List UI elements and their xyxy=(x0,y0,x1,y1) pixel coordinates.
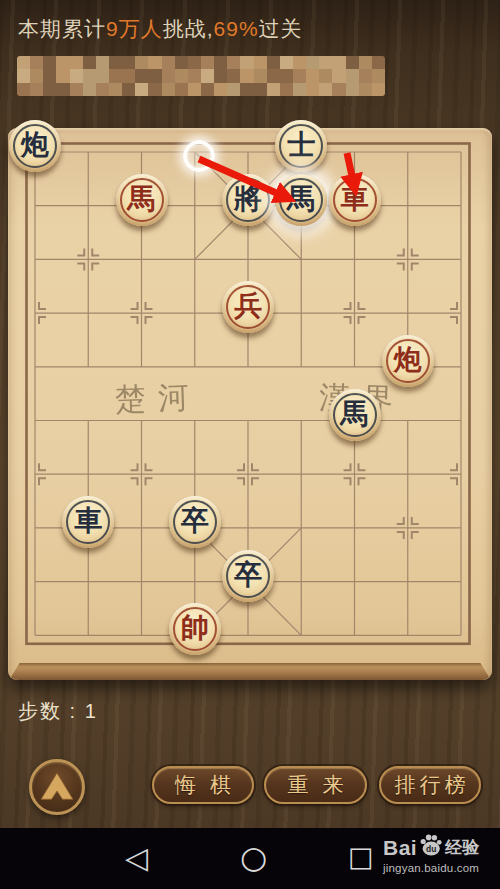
mosaic-block xyxy=(346,83,359,96)
mosaic-block xyxy=(109,56,122,69)
mosaic-block xyxy=(319,56,332,69)
mosaic-block xyxy=(227,69,240,82)
mosaic-block xyxy=(346,69,359,82)
mosaic-block xyxy=(267,69,280,82)
piece-glyph: 炮 xyxy=(394,346,422,374)
mosaic-block xyxy=(83,83,96,96)
mosaic-block xyxy=(332,83,345,96)
mosaic-block xyxy=(96,56,109,69)
mosaic-block xyxy=(56,56,69,69)
piece-glyph: 卒 xyxy=(234,561,262,589)
mosaic-block xyxy=(359,69,372,82)
mosaic-block xyxy=(280,56,293,69)
piece-glyph: 馬 xyxy=(341,400,369,428)
mosaic-block xyxy=(109,69,122,82)
mosaic-block xyxy=(214,69,227,82)
mosaic-block xyxy=(17,83,30,96)
piece-black-馬[interactable]: 馬 xyxy=(275,174,327,226)
piece-black-馬[interactable]: 馬 xyxy=(329,389,381,441)
banner-text: 挑战, xyxy=(163,17,214,40)
watermark-url: jingyan.baidu.com xyxy=(383,863,479,875)
piece-red-帥[interactable]: 帥 xyxy=(169,603,221,655)
piece-red-馬[interactable]: 馬 xyxy=(116,174,168,226)
mosaic-block xyxy=(122,69,135,82)
mosaic-block xyxy=(346,56,359,69)
mosaic-block xyxy=(70,83,83,96)
mosaic-block xyxy=(188,83,201,96)
mosaic-block xyxy=(332,56,345,69)
piece-glyph: 馬 xyxy=(128,185,156,213)
challenge-banner: 本期累计9万人挑战,69%过关 xyxy=(18,15,303,43)
piece-red-炮[interactable]: 炮 xyxy=(382,335,434,387)
mosaic-block xyxy=(319,83,332,96)
mosaic-block xyxy=(148,69,161,82)
step-counter-label: 步数 : xyxy=(18,700,85,722)
mosaic-block xyxy=(201,83,214,96)
mosaic-block xyxy=(254,83,267,96)
piece-glyph: 車 xyxy=(74,507,102,535)
step-counter: 步数 : 1 xyxy=(18,698,98,725)
mosaic-block xyxy=(122,83,135,96)
mosaic-block xyxy=(306,56,319,69)
banner-accent-text: 69% xyxy=(214,17,259,40)
mosaic-block xyxy=(280,69,293,82)
mosaic-block xyxy=(293,56,306,69)
piece-black-卒[interactable]: 卒 xyxy=(169,496,221,548)
piece-black-士[interactable]: 士 xyxy=(275,120,327,172)
mosaic-block xyxy=(240,69,253,82)
mosaic-block xyxy=(56,83,69,96)
mosaic-block xyxy=(254,56,267,69)
android-navbar: ◁ ○ □ Bai du 经验 jingyan.baidu.com xyxy=(0,828,500,889)
restart-button[interactable]: 重来 xyxy=(264,766,367,804)
mosaic-block xyxy=(240,56,253,69)
mosaic-block xyxy=(188,56,201,69)
mosaic-block xyxy=(70,56,83,69)
piece-glyph: 兵 xyxy=(234,292,262,320)
mosaic-block xyxy=(201,69,214,82)
back-button[interactable]: ◁ xyxy=(125,840,148,875)
mosaic-block xyxy=(319,69,332,82)
mosaic-block xyxy=(175,69,188,82)
mosaic-block xyxy=(306,83,319,96)
mosaic-block xyxy=(214,83,227,96)
mosaic-block xyxy=(43,69,56,82)
piece-glyph: 帥 xyxy=(181,614,209,642)
mosaic-block xyxy=(109,83,122,96)
recents-button[interactable]: □ xyxy=(348,841,374,872)
mosaic-block xyxy=(17,69,30,82)
baidu-brand-text: Bai xyxy=(383,837,417,858)
mosaic-block xyxy=(17,56,30,69)
piece-red-車[interactable]: 車 xyxy=(329,174,381,226)
mosaic-block xyxy=(175,83,188,96)
mosaic-block xyxy=(43,83,56,96)
mosaic-block xyxy=(162,69,175,82)
banner-text: 过关 xyxy=(259,17,303,40)
last-move-origin-marker xyxy=(183,140,215,172)
board-bevel xyxy=(9,663,491,680)
piece-glyph: 車 xyxy=(341,185,369,213)
mosaic-block xyxy=(201,56,214,69)
piece-glyph: 炮 xyxy=(21,131,49,159)
mosaic-block xyxy=(96,83,109,96)
piece-black-車[interactable]: 車 xyxy=(62,496,114,548)
mosaic-block xyxy=(43,56,56,69)
mosaic-block xyxy=(188,69,201,82)
baidu-paw-icon: du xyxy=(418,832,444,858)
river-label-left: 楚河 xyxy=(93,376,210,422)
piece-black-卒[interactable]: 卒 xyxy=(222,550,274,602)
mosaic-block xyxy=(359,56,372,69)
mosaic-block xyxy=(372,56,385,69)
mosaic-block xyxy=(359,83,372,96)
mosaic-block xyxy=(293,83,306,96)
banner-accent-text: 9万人 xyxy=(106,17,163,40)
svg-text:du: du xyxy=(426,844,436,854)
mosaic-block xyxy=(227,83,240,96)
piece-red-兵[interactable]: 兵 xyxy=(222,281,274,333)
piece-glyph: 將 xyxy=(234,185,262,213)
leaderboard-button[interactable]: 排行榜 xyxy=(379,766,481,804)
up-arrow-icon xyxy=(32,762,82,812)
mosaic-block xyxy=(135,83,148,96)
mosaic-block xyxy=(254,69,267,82)
mosaic-block xyxy=(293,69,306,82)
mosaic-block xyxy=(162,83,175,96)
mosaic-block xyxy=(70,69,83,82)
piece-glyph: 馬 xyxy=(287,185,315,213)
mosaic-block xyxy=(30,56,43,69)
mosaic-block xyxy=(148,83,161,96)
mosaic-block xyxy=(372,83,385,96)
censored-block xyxy=(17,56,385,96)
mosaic-block xyxy=(267,83,280,96)
undo-button[interactable]: 悔棋 xyxy=(152,766,254,804)
piece-glyph: 士 xyxy=(287,131,315,159)
home-button[interactable]: ○ xyxy=(240,839,267,875)
mosaic-block xyxy=(30,83,43,96)
mosaic-block xyxy=(227,56,240,69)
piece-black-將[interactable]: 將 xyxy=(222,174,274,226)
mosaic-block xyxy=(122,56,135,69)
mosaic-block xyxy=(162,56,175,69)
banner-text: 本期累计 xyxy=(18,17,106,40)
piece-black-炮[interactable]: 炮 xyxy=(9,120,61,172)
baidu-jingyan-watermark: Bai du 经验 jingyan.baidu.com xyxy=(383,834,479,875)
mosaic-block xyxy=(96,69,109,82)
mosaic-block xyxy=(148,56,161,69)
mosaic-block xyxy=(135,69,148,82)
mosaic-block xyxy=(240,83,253,96)
app-screen: 本期累计9万人挑战,69%过关 楚河 漢界 炮士馬將馬車兵炮馬車卒卒帥 步数 :… xyxy=(0,0,500,889)
mosaic-block xyxy=(372,69,385,82)
piece-glyph: 卒 xyxy=(181,507,209,535)
mosaic-block xyxy=(280,83,293,96)
mosaic-block xyxy=(135,56,148,69)
mosaic-block xyxy=(56,69,69,82)
scroll-up-button[interactable] xyxy=(29,759,85,815)
mosaic-block xyxy=(214,56,227,69)
mosaic-block xyxy=(83,69,96,82)
jingyan-brand-text: 经验 xyxy=(445,839,479,856)
step-counter-value: 1 xyxy=(85,700,98,722)
mosaic-block xyxy=(30,69,43,82)
mosaic-block xyxy=(83,56,96,69)
mosaic-block xyxy=(267,56,280,69)
mosaic-block xyxy=(332,69,345,82)
mosaic-block xyxy=(306,69,319,82)
mosaic-block xyxy=(175,56,188,69)
